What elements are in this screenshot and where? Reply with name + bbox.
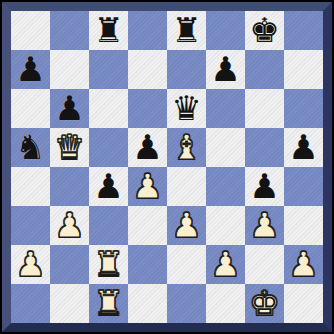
white-king-g1: ♚ <box>249 284 279 323</box>
black-pawn-g4: ♟ <box>249 167 279 206</box>
square-g2[interactable] <box>245 245 284 284</box>
white-pawn-a2: ♟ <box>15 245 45 284</box>
square-a4[interactable] <box>11 167 50 206</box>
square-d1[interactable] <box>128 284 167 323</box>
black-knight-a5: ♞ <box>15 128 45 167</box>
square-b5[interactable]: ♛ <box>50 128 89 167</box>
white-queen-b5: ♛ <box>54 128 84 167</box>
square-c8[interactable]: ♜ <box>89 11 128 50</box>
square-a2[interactable]: ♟ <box>11 245 50 284</box>
square-f7[interactable]: ♟ <box>206 50 245 89</box>
chess-board: ♜♜♚♟♟♟♛♞♛♟♝♟♟♟♟♟♟♟♟♜♟♟♜♚ <box>11 11 323 323</box>
square-b4[interactable] <box>50 167 89 206</box>
black-pawn-a7: ♟ <box>15 50 45 89</box>
square-g5[interactable] <box>245 128 284 167</box>
square-e8[interactable]: ♜ <box>167 11 206 50</box>
square-d3[interactable] <box>128 206 167 245</box>
square-b8[interactable] <box>50 11 89 50</box>
square-h2[interactable]: ♟ <box>284 245 323 284</box>
white-pawn-b3: ♟ <box>54 206 84 245</box>
square-g7[interactable] <box>245 50 284 89</box>
square-b7[interactable] <box>50 50 89 89</box>
black-pawn-c4: ♟ <box>93 167 123 206</box>
square-g4[interactable]: ♟ <box>245 167 284 206</box>
square-e3[interactable]: ♟ <box>167 206 206 245</box>
square-d6[interactable] <box>128 89 167 128</box>
black-pawn-h5: ♟ <box>288 128 318 167</box>
square-f3[interactable] <box>206 206 245 245</box>
square-e5[interactable]: ♝ <box>167 128 206 167</box>
board-border: ♜♜♚♟♟♟♛♞♛♟♝♟♟♟♟♟♟♟♟♜♟♟♜♚ <box>2 2 332 332</box>
square-h3[interactable] <box>284 206 323 245</box>
square-d5[interactable]: ♟ <box>128 128 167 167</box>
square-d8[interactable] <box>128 11 167 50</box>
square-c7[interactable] <box>89 50 128 89</box>
square-e4[interactable] <box>167 167 206 206</box>
square-e7[interactable] <box>167 50 206 89</box>
square-c2[interactable]: ♜ <box>89 245 128 284</box>
square-h5[interactable]: ♟ <box>284 128 323 167</box>
white-rook-c1: ♜ <box>93 284 123 323</box>
square-a1[interactable] <box>11 284 50 323</box>
square-c1[interactable]: ♜ <box>89 284 128 323</box>
square-c6[interactable] <box>89 89 128 128</box>
square-a6[interactable] <box>11 89 50 128</box>
square-h8[interactable] <box>284 11 323 50</box>
square-f6[interactable] <box>206 89 245 128</box>
square-g3[interactable]: ♟ <box>245 206 284 245</box>
square-f2[interactable]: ♟ <box>206 245 245 284</box>
square-b3[interactable]: ♟ <box>50 206 89 245</box>
black-king-g8: ♚ <box>249 11 279 50</box>
square-a8[interactable] <box>11 11 50 50</box>
square-b1[interactable] <box>50 284 89 323</box>
square-b2[interactable] <box>50 245 89 284</box>
square-c4[interactable]: ♟ <box>89 167 128 206</box>
square-d2[interactable] <box>128 245 167 284</box>
white-pawn-d4: ♟ <box>132 167 162 206</box>
square-h4[interactable] <box>284 167 323 206</box>
square-e1[interactable] <box>167 284 206 323</box>
square-g8[interactable]: ♚ <box>245 11 284 50</box>
square-h1[interactable] <box>284 284 323 323</box>
square-c3[interactable] <box>89 206 128 245</box>
square-e6[interactable]: ♛ <box>167 89 206 128</box>
square-g6[interactable] <box>245 89 284 128</box>
white-bishop-e5: ♝ <box>171 128 201 167</box>
white-rook-c2: ♜ <box>93 245 123 284</box>
white-pawn-e3: ♟ <box>171 206 201 245</box>
square-b6[interactable]: ♟ <box>50 89 89 128</box>
white-pawn-h2: ♟ <box>288 245 318 284</box>
black-rook-e8: ♜ <box>171 11 201 50</box>
square-g1[interactable]: ♚ <box>245 284 284 323</box>
square-h6[interactable] <box>284 89 323 128</box>
board-frame: ♜♜♚♟♟♟♛♞♛♟♝♟♟♟♟♟♟♟♟♜♟♟♜♚ <box>0 0 334 334</box>
black-pawn-b6: ♟ <box>54 89 84 128</box>
black-rook-c8: ♜ <box>93 11 123 50</box>
square-d4[interactable]: ♟ <box>128 167 167 206</box>
square-f5[interactable] <box>206 128 245 167</box>
square-d7[interactable] <box>128 50 167 89</box>
square-a7[interactable]: ♟ <box>11 50 50 89</box>
square-h7[interactable] <box>284 50 323 89</box>
square-f4[interactable] <box>206 167 245 206</box>
white-pawn-g3: ♟ <box>249 206 279 245</box>
square-a3[interactable] <box>11 206 50 245</box>
black-queen-e6: ♛ <box>171 89 201 128</box>
square-f1[interactable] <box>206 284 245 323</box>
square-e2[interactable] <box>167 245 206 284</box>
white-pawn-f2: ♟ <box>210 245 240 284</box>
square-c5[interactable] <box>89 128 128 167</box>
square-a5[interactable]: ♞ <box>11 128 50 167</box>
square-f8[interactable] <box>206 11 245 50</box>
black-pawn-f7: ♟ <box>210 50 240 89</box>
black-pawn-d5: ♟ <box>132 128 162 167</box>
